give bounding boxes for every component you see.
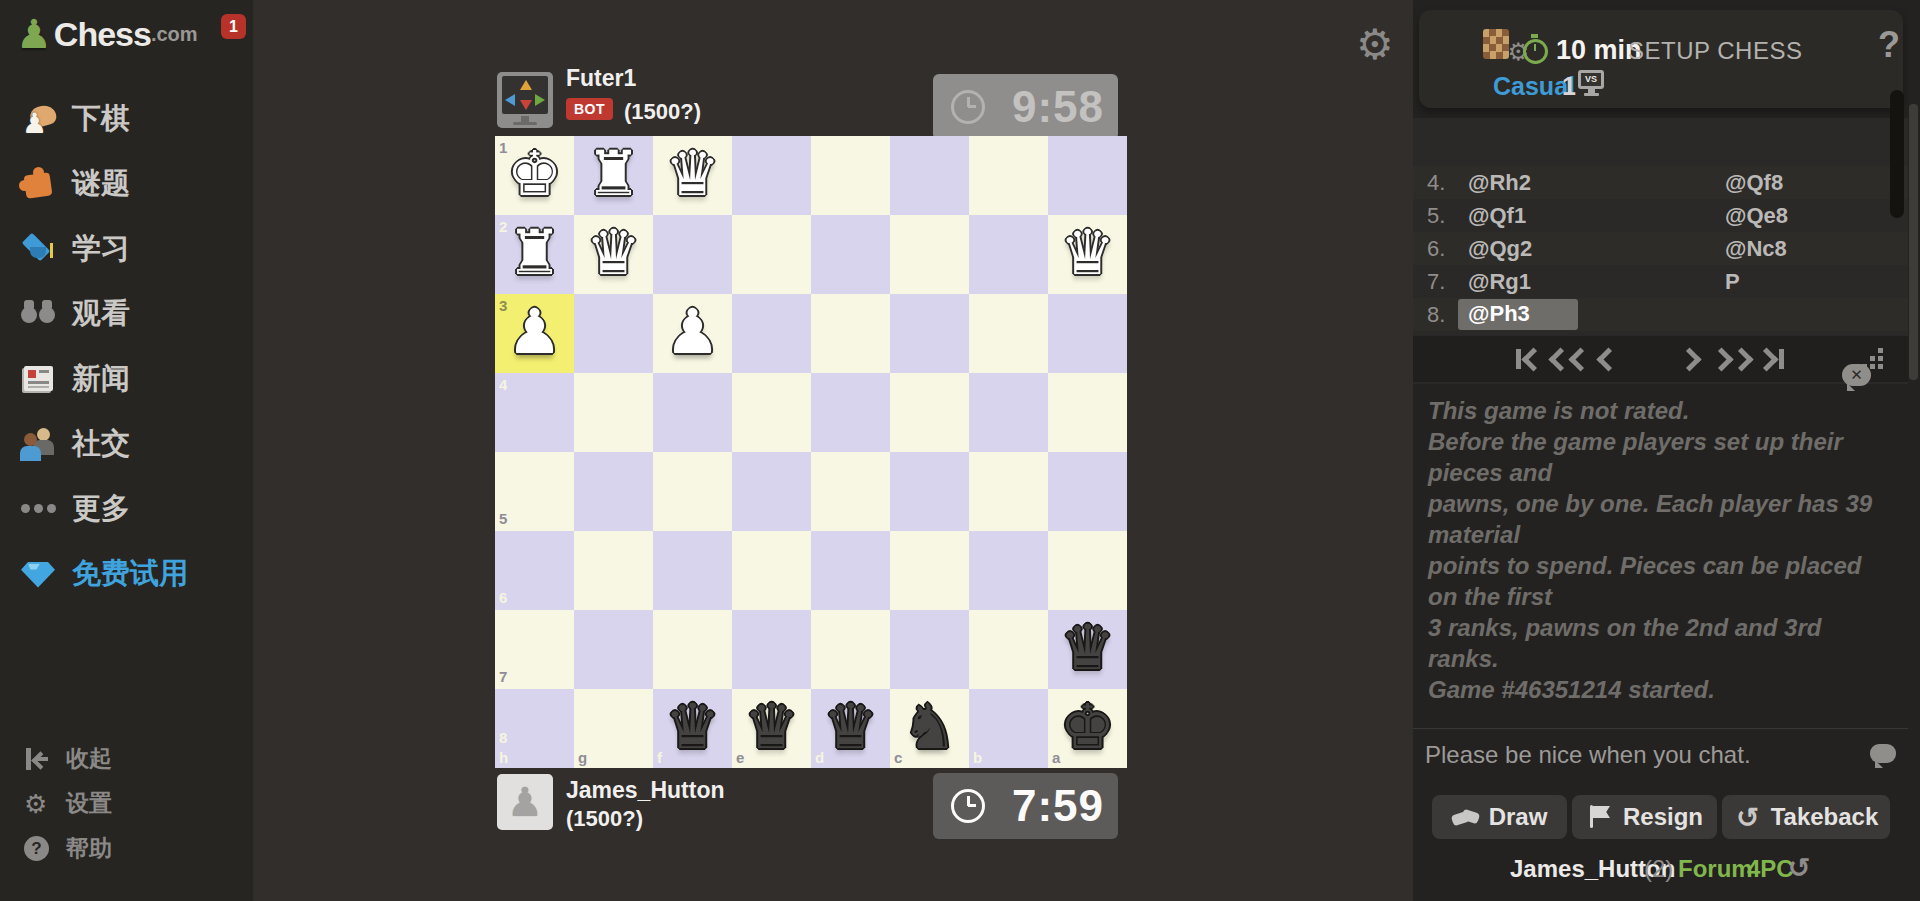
current-move[interactable]: @Ph3 [1458,299,1578,330]
square-b2[interactable] [969,215,1048,294]
notice-line: Before the game players set up their pie… [1428,426,1888,488]
square-e7[interactable] [732,610,811,689]
white-rook-g1[interactable]: ♜ [574,136,653,215]
notice-line: Game #46351214 started. [1428,674,1888,705]
puzzles-icon [20,165,58,203]
file-label-f: f [657,749,662,766]
sidebar-utility-label: 收起 [66,743,112,774]
chat-input[interactable]: Please be nice when you chat. [1425,741,1895,771]
pawn-avatar-icon: ♟ [507,779,543,825]
square-e5[interactable] [732,452,811,531]
notice-line: points to spend. Pieces can be placed on… [1428,550,1888,612]
sidebar-item-label: 下棋 [72,99,130,139]
opponent-rating: (1500?) [624,99,701,125]
white-move[interactable]: @Qg2 [1468,236,1725,262]
move-row-4: 4.@Rh2@Qf8 [1413,166,1908,199]
file-label-e: e [736,749,744,766]
chesscom-logo[interactable]: ♟ Chess .com [16,8,198,60]
square-h5[interactable]: 5 [495,452,574,531]
square-g8[interactable]: g [574,689,653,768]
takeback-button[interactable]: ↺Takeback [1722,795,1890,839]
file-label-b: b [973,749,982,766]
white-queen-f1[interactable]: ♛ [653,136,732,215]
square-d2[interactable] [811,215,890,294]
square-f2[interactable] [653,215,732,294]
square-a8[interactable]: a♚ [1048,689,1127,768]
chat-placeholder: Please be nice when you chat. [1425,741,1751,768]
square-d5[interactable] [811,452,890,531]
opponent-avatar[interactable] [497,72,553,128]
square-b4[interactable] [969,373,1048,452]
player-clock: 7:59 [933,773,1118,839]
square-f6[interactable] [653,531,732,610]
square-a5[interactable] [1048,452,1127,531]
back-two-button[interactable] [1552,336,1589,382]
move-row-8: 8.@Ph3 [1413,298,1908,331]
square-b6[interactable] [969,531,1048,610]
square-d7[interactable] [811,610,890,689]
square-b7[interactable] [969,610,1048,689]
rank-label-5: 5 [499,510,507,527]
square-a1[interactable] [1048,136,1127,215]
square-b8[interactable]: b [969,689,1048,768]
sidebar-utility-0[interactable]: 收起 [0,736,253,781]
variant-label: SETUP CHESS [1628,37,1802,65]
notice-line: pawns, one by one. Each player has 39 ma… [1428,488,1888,550]
black-move[interactable]: P [1725,269,1908,295]
move-row-5: 5.@Qf1@Qe8 [1413,199,1908,232]
black-move[interactable]: @Qf8 [1725,170,1908,196]
notification-badge[interactable]: 1 [221,14,246,39]
square-f1[interactable]: ♛ [653,136,732,215]
footer-player-count: (2) [1644,855,1673,883]
white-queen-a2[interactable]: ♛ [1048,215,1127,294]
game-panel: ⚙ 10 min SETUP CHESS ? Casual 1 VS 4.@Rh… [1413,0,1908,901]
game-notices: This game is not rated.Before the game p… [1428,395,1888,705]
square-f5[interactable] [653,452,732,531]
page-scrollbar-thumb[interactable] [1909,104,1918,380]
sidebar-item-label: 观看 [72,294,130,334]
stopwatch-icon [1522,32,1550,62]
square-c5[interactable] [890,452,969,531]
square-f8[interactable]: f♛ [653,689,732,768]
file-label-h: h [499,749,508,766]
help-icon: ? [24,836,50,862]
square-e8[interactable]: e♛ [732,689,811,768]
white-queen-g2[interactable]: ♛ [574,215,653,294]
square-e6[interactable] [732,531,811,610]
file-label-c: c [894,749,902,766]
square-b5[interactable] [969,452,1048,531]
rank-label-8: 8 [499,729,507,746]
sidebar-utility-label: 设置 [66,788,112,819]
page-scrollbar[interactable] [1908,0,1920,901]
player-clock-time: 7:59 [985,781,1118,831]
help-question-icon[interactable]: ? [1878,24,1900,66]
rank-label-2: 2 [499,218,507,235]
collapse-icon [24,746,50,772]
sidebar-item-0[interactable]: ♟下棋 [0,86,253,151]
last-move-button[interactable] [1758,336,1784,382]
square-g1[interactable]: ♜ [574,136,653,215]
square-e1[interactable] [732,136,811,215]
chat-divider [1413,728,1908,729]
square-g7[interactable] [574,610,653,689]
sidebar-item-label: 谜题 [72,164,130,204]
square-e2[interactable] [732,215,811,294]
rank-label-3: 3 [499,297,507,314]
move-navigation-bar [1413,336,1908,382]
logo-suffix: .com [151,23,198,46]
sidebar-utility-2[interactable]: ?帮助 [0,826,253,871]
square-d4[interactable] [811,373,890,452]
square-d6[interactable] [811,531,890,610]
square-g3[interactable] [574,294,653,373]
social-icon [20,425,58,463]
draw-button[interactable]: Draw [1432,795,1567,839]
square-c8[interactable]: c♞ [890,689,969,768]
square-f3[interactable]: ♟ [653,294,732,373]
sidebar-item-label: 社交 [72,424,130,464]
square-c4[interactable] [890,373,969,452]
move-row-7: 7.@Rg1P [1413,265,1908,298]
handshake-icon [1452,804,1480,830]
square-h3[interactable]: 3♟ [495,294,574,373]
square-a3[interactable] [1048,294,1127,373]
black-move[interactable]: @Qe8 [1725,203,1908,229]
square-g6[interactable] [574,531,653,610]
sidebar-utility-label: 帮助 [66,833,112,864]
square-b1[interactable] [969,136,1048,215]
forum-link[interactable]: Forum [1678,855,1753,883]
sidebar-item-1[interactable]: 谜题 [0,151,253,216]
move-number: 6. [1427,236,1468,262]
file-label-a: a [1052,749,1060,766]
resign-button[interactable]: Resign [1572,795,1717,839]
button-label: Resign [1623,803,1703,831]
white-move[interactable]: @Rg1 [1468,269,1725,295]
player-avatar[interactable]: ♟ [497,774,553,830]
square-h7[interactable]: 7 [495,610,574,689]
sidebar-utilities: 收起⚙设置?帮助 [0,736,253,871]
logo-pawn-icon: ♟ [16,8,52,60]
white-move[interactable]: @Ph3 [1468,299,1725,330]
player-name[interactable]: James_Hutton [566,777,724,804]
square-g4[interactable] [574,373,653,452]
white-pawn-f3[interactable]: ♟ [653,294,732,373]
logo-text: Chess [54,15,151,54]
sidebar: ♟ Chess .com 1 ♟下棋谜题学习观看新闻社交更多免费试用 收起⚙设置… [0,0,253,901]
first-move-button[interactable] [1516,336,1542,382]
sidebar-item-label: 学习 [72,229,130,269]
black-queen-a7[interactable]: ♛ [1048,610,1127,689]
bot-badge: BOT [566,98,613,120]
sidebar-item-5[interactable]: 社交 [0,411,253,476]
notice-line: This game is not rated. [1428,395,1888,426]
move-list-scrollbar[interactable] [1890,90,1904,218]
clock-icon [951,90,985,124]
rank-label-4: 4 [499,376,507,393]
square-g2[interactable]: ♛ [574,215,653,294]
square-f4[interactable] [653,373,732,452]
square-c1[interactable] [890,136,969,215]
sidebar-item-6[interactable]: 更多 [0,476,253,541]
sidebar-menu: ♟下棋谜题学习观看新闻社交更多免费试用 [0,86,253,606]
square-h4[interactable]: 4 [495,373,574,452]
players-count: 1 [1562,72,1576,101]
settings-gear-icon: ⚙ [24,791,50,817]
white-move[interactable]: @Rh2 [1468,170,1725,196]
watch-icon [20,295,58,333]
square-h6[interactable]: 6 [495,531,574,610]
forward-button[interactable] [1681,336,1698,382]
square-c2[interactable] [890,215,969,294]
forward-two-button[interactable] [1713,336,1750,382]
square-e4[interactable] [732,373,811,452]
sidebar-item-label: 免费试用 [72,554,188,594]
chat-mute-icon[interactable]: ✕ [1842,364,1872,391]
sidebar-item-4[interactable]: 新闻 [0,346,253,411]
square-c7[interactable] [890,610,969,689]
back-button[interactable] [1600,336,1617,382]
play-hand-pawn-icon: ♟ [20,100,58,138]
square-h8[interactable]: 8h [495,689,574,768]
rank-label-6: 6 [499,589,507,606]
button-label: Takeback [1771,803,1879,831]
square-a7[interactable]: ♛ [1048,610,1127,689]
player-rating: (1500?) [566,806,643,832]
square-b3[interactable] [969,294,1048,373]
move-number: 7. [1427,269,1468,295]
square-a6[interactable] [1048,531,1127,610]
square-h2[interactable]: 2♜ [495,215,574,294]
opponent-name[interactable]: Futer1 [566,65,636,92]
move-row-6: 6.@Qg2@Nc8 [1413,232,1908,265]
sidebar-item-2[interactable]: 学习 [0,216,253,281]
black-move[interactable]: @Nc8 [1725,236,1908,262]
opponent-clock: 9:58 [933,74,1118,140]
black-queen-f8[interactable]: ♛ [653,689,732,768]
white-move[interactable]: @Qf1 [1468,203,1725,229]
square-d1[interactable] [811,136,890,215]
square-g5[interactable] [574,452,653,531]
panel-footer: James_Hutton (2) Forum 4PC ↺ [1413,852,1908,886]
board-settings-gear-icon[interactable]: ⚙ [1356,20,1394,69]
square-h1[interactable]: 1♚ [495,136,574,215]
sidebar-item-label: 新闻 [72,359,130,399]
button-label: Draw [1489,803,1548,831]
learn-icon [20,230,58,268]
news-icon [20,360,58,398]
rank-label-7: 7 [499,668,507,685]
refresh-icon[interactable]: ↺ [1788,852,1811,883]
notice-line: 3 ranks, pawns on the 2nd and 3rd ranks. [1428,612,1888,674]
move-number: 4. [1427,170,1468,196]
more-icon [20,490,58,528]
square-d8[interactable]: d♛ [811,689,890,768]
takeback-icon: ↺ [1734,804,1762,830]
opponent-clock-time: 9:58 [985,82,1118,132]
rank-label-1: 1 [499,139,507,156]
file-label-d: d [815,749,824,766]
clock-icon [951,789,985,823]
chat-bubble-icon[interactable] [1870,744,1897,768]
file-label-g: g [578,749,587,766]
square-d3[interactable] [811,294,890,373]
fourpc-link[interactable]: 4PC [1747,855,1794,883]
sidebar-item-7[interactable]: 免费试用 [0,541,253,606]
square-f7[interactable] [653,610,732,689]
square-a2[interactable]: ♛ [1048,215,1127,294]
game-info-header: ⚙ 10 min SETUP CHESS ? Casual 1 VS [1419,10,1903,108]
vs-computer-icon: VS [1578,70,1606,98]
chess-board: 1♚♜♛2♜♛♛3♟♟4567♛8hgf♛e♛d♛c♞ba♚ [495,136,1127,768]
sidebar-item-label: 更多 [72,489,130,529]
sidebar-item-3[interactable]: 观看 [0,281,253,346]
square-a4[interactable] [1048,373,1127,452]
move-number: 5. [1427,203,1468,229]
trial-diamond-icon [20,555,58,593]
square-c6[interactable] [890,531,969,610]
square-c3[interactable] [890,294,969,373]
sidebar-utility-1[interactable]: ⚙设置 [0,781,253,826]
square-e3[interactable] [732,294,811,373]
flag-icon [1586,804,1614,830]
